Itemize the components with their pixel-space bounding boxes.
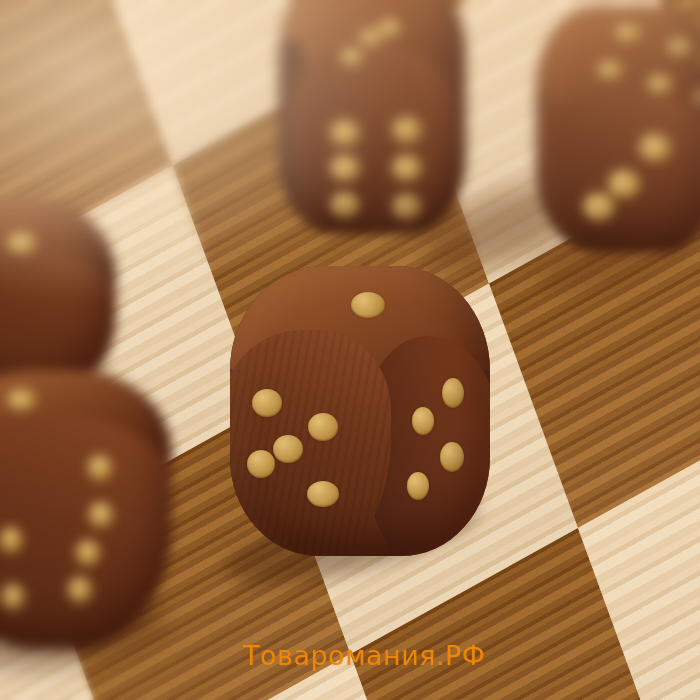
die-pip [647,75,673,93]
die-pip [340,48,364,66]
die-pip [88,455,112,481]
die-face-front [289,44,451,234]
die-pip [76,540,100,566]
die-pip [330,120,360,146]
die-pip [378,19,402,37]
die-pip [247,450,275,478]
die-top-right [536,6,700,252]
die-pip [608,170,640,198]
die-center [230,266,490,556]
die-pip [330,192,360,218]
die-pip [392,117,422,143]
die-pip [89,502,113,528]
die-pip [252,389,282,417]
die-pip [615,24,641,42]
die-pip [412,407,434,435]
die-pip [7,232,37,254]
die-pip [392,155,422,181]
die-pip [667,38,693,56]
die-pip [407,472,429,500]
die-pip [0,527,22,553]
die-pip [2,584,24,610]
die-face-front [230,330,391,556]
die-pip [583,193,615,221]
die-pip [273,435,303,463]
product-photo-dice-on-chessboard: Товаромания.РФ [0,0,700,700]
die-pip [392,194,422,220]
die-pip [597,61,623,79]
die-pip [639,134,671,162]
die-top-center [278,0,466,234]
die-pip [308,413,338,441]
die-pip [68,577,92,603]
die-pip [442,378,464,408]
die-pip [7,389,37,411]
die-pip [330,155,360,181]
die-pip [307,481,339,507]
die-pip [440,442,464,472]
die-bottom-left [0,370,172,650]
die-pip [351,292,385,318]
watermark-text: Товаромания.РФ [243,640,486,671]
